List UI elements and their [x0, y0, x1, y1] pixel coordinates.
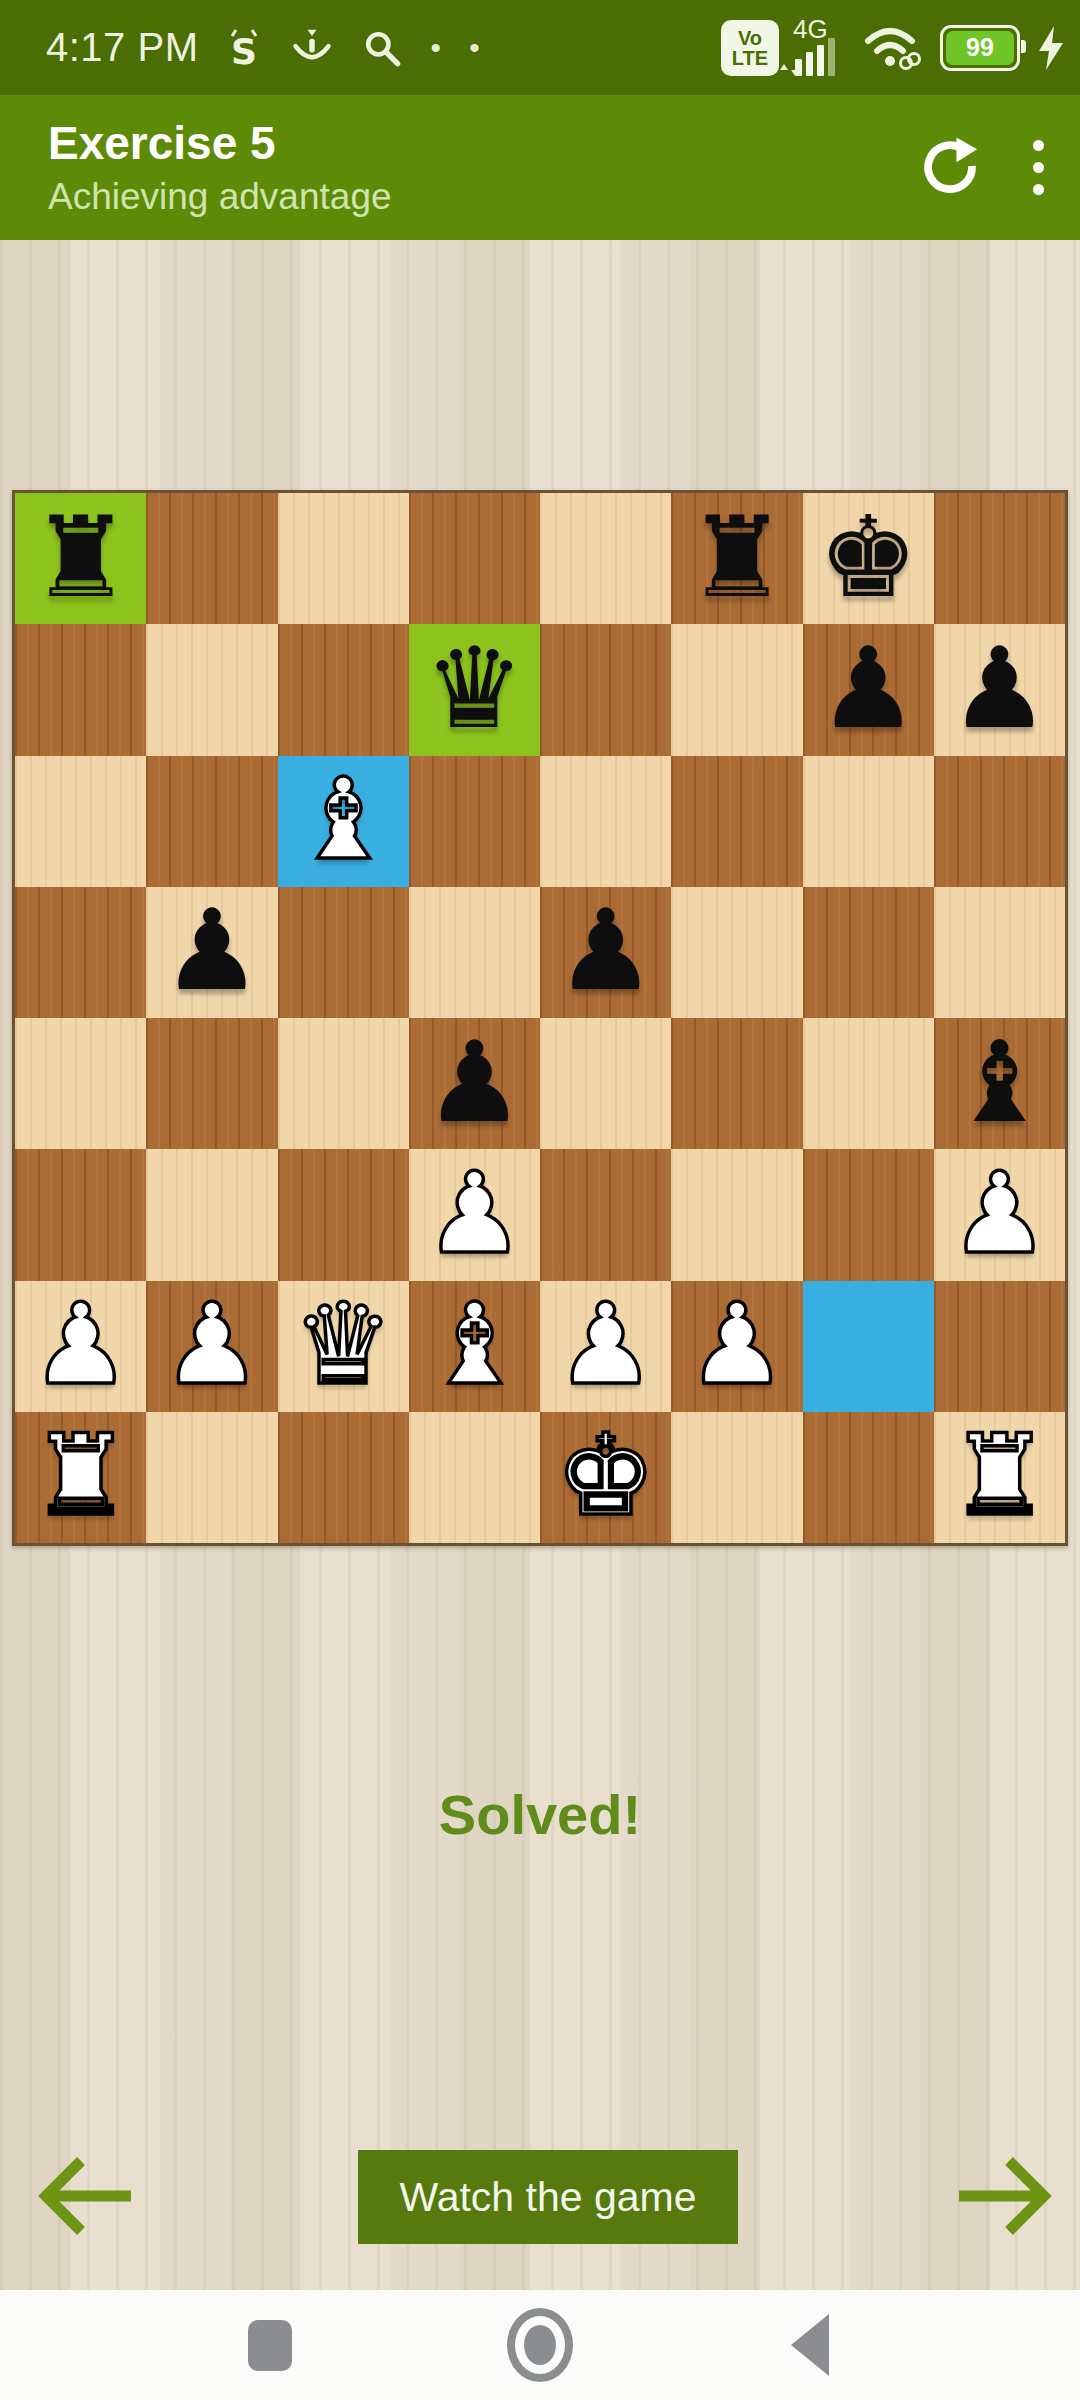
- square-f4[interactable]: [671, 1018, 802, 1149]
- square-b2[interactable]: ♟: [146, 1281, 277, 1412]
- square-b3[interactable]: [146, 1149, 277, 1280]
- square-e4[interactable]: [540, 1018, 671, 1149]
- square-a7[interactable]: [15, 624, 146, 755]
- square-f8[interactable]: ♜: [671, 493, 802, 624]
- square-f5[interactable]: [671, 887, 802, 1018]
- square-a4[interactable]: [15, 1018, 146, 1149]
- square-b1[interactable]: [146, 1412, 277, 1543]
- black-pawn-e5: ♟: [555, 894, 655, 1006]
- square-f1[interactable]: [671, 1412, 802, 1543]
- square-g3[interactable]: [803, 1149, 934, 1280]
- square-a5[interactable]: [15, 887, 146, 1018]
- battery-icon: 99: [940, 25, 1020, 71]
- black-bishop-h4: ♝: [949, 1026, 1049, 1138]
- white-pawn-d3: ♟: [424, 1157, 524, 1269]
- next-exercise-button[interactable]: [950, 2148, 1060, 2244]
- square-h8[interactable]: [934, 493, 1065, 624]
- white-pawn-a2: ♟: [30, 1288, 130, 1400]
- square-f2[interactable]: ♟: [671, 1281, 802, 1412]
- black-king-g8: ♚: [818, 501, 918, 613]
- square-g8[interactable]: ♚: [803, 493, 934, 624]
- white-pawn-h3: ♟: [949, 1157, 1049, 1269]
- square-g2[interactable]: [803, 1281, 934, 1412]
- screen: 4:17 PM S •: [0, 0, 1080, 2400]
- square-e5[interactable]: ♟: [540, 887, 671, 1018]
- refresh-button[interactable]: [919, 135, 981, 201]
- square-g4[interactable]: [803, 1018, 934, 1149]
- white-bishop-d2: ♝: [424, 1288, 524, 1400]
- square-c5[interactable]: [278, 887, 409, 1018]
- square-d5[interactable]: [409, 887, 540, 1018]
- square-e2[interactable]: ♟: [540, 1281, 671, 1412]
- square-a8[interactable]: ♜: [15, 493, 146, 624]
- white-pawn-f2: ♟: [687, 1288, 787, 1400]
- home-button[interactable]: [505, 2310, 575, 2380]
- black-pawn-d4: ♟: [424, 1026, 524, 1138]
- android-nav-bar: [0, 2290, 1080, 2400]
- square-c1[interactable]: [278, 1412, 409, 1543]
- white-rook-a1: ♜: [30, 1419, 130, 1531]
- app-bar: Exercise 5 Achieving advantage: [0, 95, 1080, 240]
- square-a2[interactable]: ♟: [15, 1281, 146, 1412]
- square-b6[interactable]: [146, 756, 277, 887]
- black-pawn-g7: ♟: [818, 632, 918, 744]
- square-g5[interactable]: [803, 887, 934, 1018]
- square-d2[interactable]: ♝: [409, 1281, 540, 1412]
- signal-icon: 4G: [795, 20, 846, 76]
- notification-dots: • •: [430, 31, 489, 65]
- square-d4[interactable]: ♟: [409, 1018, 540, 1149]
- page-title: Exercise 5: [48, 117, 392, 170]
- square-h5[interactable]: [934, 887, 1065, 1018]
- square-b5[interactable]: ♟: [146, 887, 277, 1018]
- square-d6[interactable]: [409, 756, 540, 887]
- previous-exercise-button[interactable]: [30, 2148, 140, 2244]
- download-icon: [290, 26, 334, 70]
- black-pawn-h7: ♟: [949, 632, 1049, 744]
- search-icon: [360, 26, 404, 70]
- overflow-menu-button[interactable]: [1027, 134, 1050, 201]
- square-h4[interactable]: ♝: [934, 1018, 1065, 1149]
- square-d7[interactable]: ♛: [409, 624, 540, 755]
- square-e8[interactable]: [540, 493, 671, 624]
- square-g6[interactable]: [803, 756, 934, 887]
- square-b4[interactable]: [146, 1018, 277, 1149]
- square-e7[interactable]: [540, 624, 671, 755]
- square-g1[interactable]: [803, 1412, 934, 1543]
- status-bar: 4:17 PM S •: [0, 0, 1080, 95]
- battery-percent: 99: [966, 33, 994, 62]
- black-queen-d7: ♛: [424, 632, 524, 744]
- back-button[interactable]: [775, 2310, 845, 2380]
- square-c3[interactable]: [278, 1149, 409, 1280]
- white-bishop-c6: ♝: [293, 763, 393, 875]
- square-c4[interactable]: [278, 1018, 409, 1149]
- recents-button[interactable]: [235, 2310, 305, 2380]
- square-e3[interactable]: [540, 1149, 671, 1280]
- chess-board: ♜♜♚♛♟♟♝♟♟♟♝♟♟♟♟♛♝♟♟♜♚♜: [12, 490, 1068, 1546]
- square-h2[interactable]: [934, 1281, 1065, 1412]
- white-pawn-b2: ♟: [162, 1288, 262, 1400]
- square-c7[interactable]: [278, 624, 409, 755]
- square-d1[interactable]: [409, 1412, 540, 1543]
- square-a3[interactable]: [15, 1149, 146, 1280]
- square-d8[interactable]: [409, 493, 540, 624]
- svg-text:S: S: [232, 31, 258, 70]
- white-queen-c2: ♛: [293, 1288, 393, 1400]
- status-message: Solved!: [0, 1782, 1080, 1847]
- square-e6[interactable]: [540, 756, 671, 887]
- square-f7[interactable]: [671, 624, 802, 755]
- square-b7[interactable]: [146, 624, 277, 755]
- square-f3[interactable]: [671, 1149, 802, 1280]
- square-e1[interactable]: ♚: [540, 1412, 671, 1543]
- black-pawn-b5: ♟: [162, 894, 262, 1006]
- square-c6[interactable]: ♝: [278, 756, 409, 887]
- square-h3[interactable]: ♟: [934, 1149, 1065, 1280]
- square-g7[interactable]: ♟: [803, 624, 934, 755]
- square-b8[interactable]: [146, 493, 277, 624]
- square-d3[interactable]: ♟: [409, 1149, 540, 1280]
- square-c8[interactable]: [278, 493, 409, 624]
- square-c2[interactable]: ♛: [278, 1281, 409, 1412]
- page-subtitle: Achieving advantage: [48, 176, 392, 218]
- network-type-label: 4G: [793, 14, 828, 45]
- square-a1[interactable]: ♜: [15, 1412, 146, 1543]
- clock: 4:17 PM: [46, 25, 198, 70]
- white-pawn-e2: ♟: [555, 1288, 655, 1400]
- wifi-icon: [862, 23, 924, 73]
- square-h7[interactable]: ♟: [934, 624, 1065, 755]
- square-a6[interactable]: [15, 756, 146, 887]
- battery-saver-icon: S: [224, 26, 264, 70]
- square-f6[interactable]: [671, 756, 802, 887]
- white-rook-h1: ♜: [949, 1419, 1049, 1531]
- watch-the-game-button[interactable]: Watch the game: [358, 2150, 738, 2244]
- volte-badge: VoLTE: [721, 20, 779, 76]
- charging-bolt-icon: [1036, 25, 1066, 71]
- square-h6[interactable]: [934, 756, 1065, 887]
- square-h1[interactable]: ♜: [934, 1412, 1065, 1543]
- white-king-e1: ♚: [555, 1419, 655, 1531]
- black-rook-a8: ♜: [30, 501, 130, 613]
- black-rook-f8: ♜: [687, 501, 787, 613]
